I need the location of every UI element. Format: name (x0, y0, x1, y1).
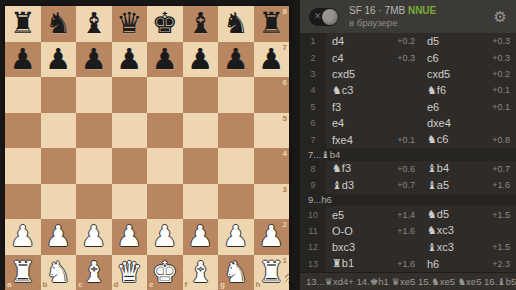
square-g1[interactable]: ♞g (218, 255, 254, 290)
black-move-eval: +1.5 (492, 210, 510, 220)
piece-black-bishop[interactable]: ♝ (187, 9, 213, 38)
black-move-san: ♝xc3 (427, 241, 488, 254)
piece-black-pawn[interactable]: ♟ (152, 45, 178, 74)
piece-white-pawn[interactable]: ♟ (152, 222, 178, 251)
move-number: 11 (300, 223, 326, 239)
white-move-eval: +0.7 (397, 180, 415, 190)
white-move-san: O-O (332, 225, 393, 237)
move-row: 2c4+0.3c6+0.3 (300, 49, 516, 65)
move-number: 4 (300, 82, 326, 98)
white-move-cell[interactable]: c4+0.3 (326, 49, 421, 65)
white-move-san: d4 (332, 35, 393, 47)
engine-toggle[interactable]: ✕ (309, 8, 339, 26)
square-b1[interactable]: ♞b (41, 255, 77, 290)
square-a6[interactable] (5, 77, 41, 113)
square-d3[interactable] (112, 184, 148, 220)
square-g8[interactable]: ♞ (218, 6, 254, 42)
square-b5[interactable] (41, 113, 77, 149)
black-move-san: ♞f6 (427, 84, 488, 97)
move-row: 9♝d3+0.7♝a5+1.6 (300, 177, 516, 193)
square-a1[interactable]: ♜a (5, 255, 41, 290)
move-row: 4♞c3♞f6+0.1 (300, 82, 516, 98)
square-g6[interactable] (218, 77, 254, 113)
white-move-san: ♜b1 (332, 257, 393, 270)
piece-white-bishop[interactable]: ♝ (187, 258, 213, 287)
square-c3[interactable] (76, 184, 112, 220)
move-number: 6 (300, 115, 326, 131)
black-move-eval: +0.3 (492, 36, 510, 46)
piece-black-bishop[interactable]: ♝ (81, 9, 107, 38)
black-move-san: ♞d5 (427, 208, 488, 221)
white-move-cell[interactable]: fxe4+0.1 (326, 131, 421, 147)
white-move-cell[interactable]: f3 (326, 99, 421, 115)
square-a4[interactable] (5, 148, 41, 184)
settings-gear-icon[interactable]: ⚙ (494, 9, 507, 24)
black-move-cell[interactable]: h6+2.3 (421, 256, 516, 272)
square-f7[interactable]: ♟ (183, 42, 219, 78)
square-b4[interactable] (41, 148, 77, 184)
move-row: 12bxc3♝xc3+1.5 (300, 239, 516, 255)
square-g5[interactable] (218, 113, 254, 149)
board-area: ♜♞♝♛♚♝♞♜8♟♟♟♟♟♟♟♟76543♟♟♟♟♟♟♟♟2♜a♞b♝c♛d♚… (0, 0, 300, 290)
square-g3[interactable] (218, 184, 254, 220)
piece-white-pawn[interactable]: ♟ (10, 222, 36, 251)
move-row: 10e5+1.4♞d5+1.5 (300, 206, 516, 222)
engine-header: ✕ SF 16 · 7MB NNUE в браузере ⚙ (300, 0, 516, 33)
white-move-eval: +0.3 (397, 53, 415, 63)
black-move-san: d5 (427, 35, 488, 47)
white-move-san: bxc3 (332, 241, 411, 253)
coord-rank-label: 3 (283, 186, 287, 194)
white-move-cell[interactable]: e5+1.4 (326, 206, 421, 222)
black-move-cell[interactable]: dxe4 (421, 115, 516, 131)
white-move-san: e5 (332, 209, 393, 221)
move-number: 13 (300, 256, 326, 272)
square-h4[interactable]: 4 (254, 148, 290, 184)
white-move-cell[interactable]: ♞c3 (326, 82, 421, 98)
move-number: 12 (300, 239, 326, 255)
piece-black-pawn[interactable]: ♟ (116, 45, 142, 74)
square-e2[interactable]: ♟ (147, 219, 183, 255)
move-row: 3cxd5cxd5+0.2 (300, 66, 516, 82)
coord-file-label: g (220, 281, 225, 289)
engine-info: SF 16 · 7MB NNUE в браузере (349, 5, 494, 28)
square-h8[interactable]: ♜8 (254, 6, 290, 42)
white-move-san: ♞c3 (332, 84, 411, 97)
piece-black-queen[interactable]: ♛ (116, 9, 142, 38)
square-a2[interactable]: ♟ (5, 219, 41, 255)
coord-rank-label: 2 (283, 221, 287, 229)
piece-white-pawn[interactable]: ♟ (187, 222, 213, 251)
black-move-cell[interactable]: ♝a5+1.6 (421, 177, 516, 193)
square-e1[interactable]: ♚e (147, 255, 183, 290)
variation-interrupt[interactable]: 9...h6 (300, 194, 516, 207)
white-move-san: ♝d3 (332, 179, 393, 192)
engine-name: SF 16 · 7MB (349, 5, 405, 16)
black-move-cell[interactable]: ♝xc3+1.5 (421, 239, 516, 255)
square-b3[interactable] (41, 184, 77, 220)
move-row: 13♜b1+1.6h6+2.3 (300, 256, 516, 272)
coord-file-label: d (114, 281, 119, 289)
coord-rank-label: 7 (283, 44, 287, 52)
square-d7[interactable]: ♟ (112, 42, 148, 78)
black-move-eval: +0.8 (492, 135, 510, 145)
move-number: 2 (300, 49, 326, 65)
variation-interrupt[interactable]: 7...♝b4 (300, 148, 516, 161)
square-f1[interactable]: ♝f (183, 255, 219, 290)
piece-white-knight[interactable]: ♞ (45, 258, 71, 287)
black-move-cell[interactable]: c6+0.3 (421, 49, 516, 65)
black-move-eval: +2.3 (492, 259, 510, 269)
square-a5[interactable] (5, 113, 41, 149)
coord-rank-label: 1 (283, 257, 287, 265)
move-list: 1d4+0.2d5+0.32c4+0.3c6+0.33cxd5cxd5+0.24… (300, 33, 516, 272)
move-row: 6e4dxe4 (300, 115, 516, 131)
white-move-eval: +1.6 (397, 259, 415, 269)
white-move-eval: +0.6 (397, 164, 415, 174)
square-b6[interactable] (41, 77, 77, 113)
piece-white-pawn[interactable]: ♟ (45, 222, 71, 251)
white-move-cell[interactable]: O-O+1.6 (326, 223, 421, 239)
white-move-eval: +1.4 (397, 210, 415, 220)
coord-rank-label: 4 (283, 150, 287, 158)
black-move-cell[interactable]: ♞f6+0.1 (421, 82, 516, 98)
square-e3[interactable] (147, 184, 183, 220)
piece-white-pawn[interactable]: ♟ (223, 222, 249, 251)
black-move-san: e6 (427, 101, 488, 113)
square-a7[interactable]: ♟ (5, 42, 41, 78)
piece-white-king[interactable]: ♚ (152, 258, 178, 287)
coord-file-label: e (149, 281, 153, 289)
move-number: 1 (300, 33, 326, 49)
move-number: 3 (300, 66, 326, 82)
black-move-cell[interactable]: cxd5+0.2 (421, 66, 516, 82)
analysis-app: ♜♞♝♛♚♝♞♜8♟♟♟♟♟♟♟♟76543♟♟♟♟♟♟♟♟2♜a♞b♝c♛d♚… (0, 0, 516, 290)
square-e4[interactable] (147, 148, 183, 184)
black-move-eval: +0.1 (492, 85, 510, 95)
black-move-san: ♞c6 (427, 133, 488, 146)
move-number: 5 (300, 99, 326, 115)
white-move-san: c4 (332, 52, 393, 64)
square-h2[interactable]: ♟2 (254, 219, 290, 255)
move-row: 8♞f3+0.6♝b4+0.7 (300, 161, 516, 177)
black-move-cell[interactable]: ♞c6+0.8 (421, 131, 516, 147)
black-move-san: dxe4 (427, 117, 506, 129)
square-b2[interactable]: ♟ (41, 219, 77, 255)
white-move-eval: +0.1 (397, 135, 415, 145)
black-move-eval: +0.2 (492, 69, 510, 79)
square-c1[interactable]: ♝c (76, 255, 112, 290)
square-h1[interactable]: ♜1h (254, 255, 290, 290)
square-e5[interactable] (147, 113, 183, 149)
piece-black-rook[interactable]: ♜ (258, 9, 284, 38)
white-move-cell[interactable]: ♝d3+0.7 (326, 177, 421, 193)
move-row: 5f3e6+0.1 (300, 99, 516, 115)
square-d4[interactable] (112, 148, 148, 184)
square-c2[interactable]: ♟ (76, 219, 112, 255)
square-f3[interactable] (183, 184, 219, 220)
nnue-badge: NNUE (408, 5, 436, 16)
white-move-cell[interactable]: bxc3 (326, 239, 421, 255)
black-move-san: h6 (427, 258, 488, 270)
piece-white-rook[interactable]: ♜ (10, 258, 36, 287)
piece-black-pawn[interactable]: ♟ (258, 45, 284, 74)
piece-white-pawn[interactable]: ♟ (116, 222, 142, 251)
square-b8[interactable]: ♞ (41, 6, 77, 42)
black-move-eval: +1.6 (492, 180, 510, 190)
black-move-san: ♝a5 (427, 179, 488, 192)
piece-black-rook[interactable]: ♜ (10, 9, 36, 38)
white-move-cell[interactable]: d4+0.2 (326, 33, 421, 49)
coord-file-label: b (43, 281, 48, 289)
white-move-san: cxd5 (332, 68, 411, 80)
black-move-cell[interactable]: ♞xc3 (421, 223, 516, 239)
square-h5[interactable]: 5 (254, 113, 290, 149)
black-move-san: cxd5 (427, 68, 488, 80)
square-g4[interactable] (218, 148, 254, 184)
square-e8[interactable]: ♚ (147, 6, 183, 42)
coord-rank-label: 5 (283, 115, 287, 123)
square-d5[interactable] (112, 113, 148, 149)
white-move-cell[interactable]: cxd5 (326, 66, 421, 82)
black-move-cell[interactable]: e6+0.1 (421, 99, 516, 115)
white-move-cell[interactable]: ♞f3+0.6 (326, 161, 421, 177)
white-move-eval: +0.2 (397, 36, 415, 46)
piece-white-bishop[interactable]: ♝ (81, 258, 107, 287)
square-e7[interactable]: ♟ (147, 42, 183, 78)
square-e6[interactable] (147, 77, 183, 113)
move-number: 8 (300, 161, 326, 177)
square-g2[interactable]: ♟ (218, 219, 254, 255)
square-g7[interactable]: ♟ (218, 42, 254, 78)
square-f2[interactable]: ♟ (183, 219, 219, 255)
white-move-eval: +1.6 (397, 226, 415, 236)
white-move-san: f3 (332, 101, 411, 113)
piece-black-knight[interactable]: ♞ (45, 9, 71, 38)
square-c6[interactable] (76, 77, 112, 113)
piece-black-pawn[interactable]: ♟ (223, 45, 249, 74)
black-move-eval: +0.7 (492, 164, 510, 174)
square-d8[interactable]: ♛ (112, 6, 148, 42)
black-move-cell[interactable]: d5+0.3 (421, 33, 516, 49)
black-move-san: ♝b4 (427, 162, 488, 175)
square-c8[interactable]: ♝ (76, 6, 112, 42)
coord-file-label: h (256, 281, 261, 289)
piece-black-pawn[interactable]: ♟ (10, 45, 36, 74)
coord-file-label: c (78, 281, 82, 289)
piece-white-queen[interactable]: ♛ (116, 258, 142, 287)
square-h7[interactable]: ♟7 (254, 42, 290, 78)
black-move-san: ♞xc3 (427, 224, 506, 237)
coord-file-label: a (7, 281, 11, 289)
move-row: 11O-O+1.6♞xc3 (300, 223, 516, 239)
move-number: 9 (300, 177, 326, 193)
piece-white-pawn[interactable]: ♟ (81, 222, 107, 251)
piece-black-pawn[interactable]: ♟ (81, 45, 107, 74)
piece-white-pawn[interactable]: ♟ (258, 222, 284, 251)
square-a8[interactable]: ♜ (5, 6, 41, 42)
black-move-eval: +0.1 (492, 102, 510, 112)
black-move-eval: +0.3 (492, 53, 510, 63)
move-number: 7 (300, 131, 326, 147)
engine-panel: ✕ SF 16 · 7MB NNUE в браузере ⚙ 1d4+0.2d… (300, 0, 516, 290)
coord-rank-label: 8 (283, 8, 287, 16)
piece-black-pawn[interactable]: ♟ (187, 45, 213, 74)
square-b7[interactable]: ♟ (41, 42, 77, 78)
black-move-cell[interactable]: ♝b4+0.7 (421, 161, 516, 177)
coord-rank-label: 6 (283, 79, 287, 87)
square-f5[interactable] (183, 113, 219, 149)
square-h6[interactable]: 6 (254, 77, 290, 113)
square-a3[interactable] (5, 184, 41, 220)
square-h3[interactable]: 3 (254, 184, 290, 220)
move-row: 1d4+0.2d5+0.3 (300, 33, 516, 49)
toggle-knob-icon (322, 9, 338, 25)
square-c5[interactable] (76, 113, 112, 149)
piece-white-knight[interactable]: ♞ (223, 258, 249, 287)
black-move-eval: +1.5 (492, 242, 510, 252)
square-f6[interactable] (183, 77, 219, 113)
square-f4[interactable] (183, 148, 219, 184)
piece-black-king[interactable]: ♚ (152, 9, 178, 38)
board-resize-handle[interactable] (285, 274, 294, 283)
engine-subtitle: в браузере (349, 17, 494, 28)
square-c4[interactable] (76, 148, 112, 184)
coord-file-label: f (185, 281, 188, 289)
white-move-san: fxe4 (332, 134, 393, 146)
square-d1[interactable]: ♛d (112, 255, 148, 290)
square-d2[interactable]: ♟ (112, 219, 148, 255)
pv-line[interactable]: 13...♛xd4+ 14.♚h1 ♛xe5 15.♞xe5 ♞xe5 16.♝… (300, 272, 516, 290)
move-number: 10 (300, 206, 326, 222)
chess-board: ♜♞♝♛♚♝♞♜8♟♟♟♟♟♟♟♟76543♟♟♟♟♟♟♟♟2♜a♞b♝c♛d♚… (5, 6, 289, 290)
white-move-san: e4 (332, 117, 411, 129)
toggle-off-icon: ✕ (314, 12, 322, 21)
black-move-cell[interactable]: ♞d5+1.5 (421, 206, 516, 222)
piece-black-knight[interactable]: ♞ (223, 9, 249, 38)
white-move-cell[interactable]: ♜b1+1.6 (326, 256, 421, 272)
piece-black-pawn[interactable]: ♟ (45, 45, 71, 74)
black-move-san: c6 (427, 52, 488, 64)
move-row: 7fxe4+0.1♞c6+0.8 (300, 131, 516, 147)
square-c7[interactable]: ♟ (76, 42, 112, 78)
square-d6[interactable] (112, 77, 148, 113)
white-move-cell[interactable]: e4 (326, 115, 421, 131)
white-move-san: ♞f3 (332, 162, 393, 175)
square-f8[interactable]: ♝ (183, 6, 219, 42)
piece-white-rook[interactable]: ♜ (258, 258, 284, 287)
